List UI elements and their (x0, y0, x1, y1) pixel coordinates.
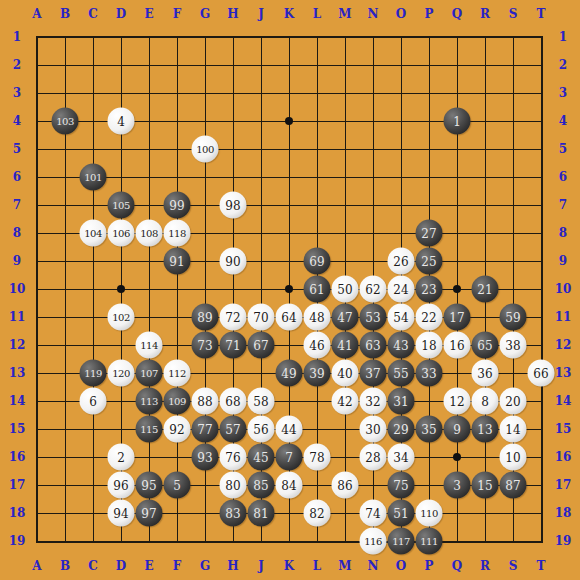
stone-L18[interactable]: 82 (304, 500, 331, 527)
stone-M11[interactable]: 47 (332, 304, 359, 331)
row-label-right-7: 7 (559, 198, 567, 212)
stone-P9[interactable]: 25 (416, 248, 443, 275)
stone-D18[interactable]: 94 (108, 500, 135, 527)
stone-K17[interactable]: 84 (276, 472, 303, 499)
stone-N18[interactable]: 74 (360, 500, 387, 527)
stone-F9[interactable]: 91 (164, 248, 191, 275)
col-label-top-A: A (32, 7, 41, 21)
row-label-left-1: 1 (13, 30, 21, 44)
row-label-left-8: 8 (13, 226, 21, 240)
col-label-bottom-F: F (173, 559, 182, 573)
col-label-bottom-T: T (537, 559, 546, 573)
col-label-top-L: L (313, 7, 321, 21)
stone-J17[interactable]: 85 (248, 472, 275, 499)
stone-S16[interactable]: 10 (500, 444, 527, 471)
col-label-bottom-A: A (32, 559, 41, 573)
go-app: { "game": "go", "board": { "size": 19, "… (0, 0, 580, 580)
stone-G16[interactable]: 93 (192, 444, 219, 471)
stone-N19[interactable]: 116 (360, 528, 387, 555)
col-label-bottom-G: G (200, 559, 210, 573)
col-label-bottom-S: S (509, 559, 518, 573)
row-label-right-5: 5 (559, 142, 567, 156)
stone-J16[interactable]: 45 (248, 444, 275, 471)
row-label-left-6: 6 (13, 170, 21, 184)
row-label-left-13: 13 (9, 366, 26, 380)
stone-E13[interactable]: 107 (136, 360, 163, 387)
col-label-bottom-B: B (60, 559, 70, 573)
col-label-bottom-N: N (368, 559, 379, 573)
stone-G15[interactable]: 77 (192, 416, 219, 443)
row-label-left-7: 7 (13, 198, 21, 212)
stone-N15[interactable]: 30 (360, 416, 387, 443)
stone-E18[interactable]: 97 (136, 500, 163, 527)
stone-H17[interactable]: 80 (220, 472, 247, 499)
row-label-right-8: 8 (559, 226, 567, 240)
col-label-top-F: F (173, 7, 182, 21)
stone-Q17[interactable]: 3 (444, 472, 471, 499)
stone-E14[interactable]: 113 (136, 388, 163, 415)
row-label-right-9: 9 (559, 254, 567, 268)
stone-S11[interactable]: 59 (500, 304, 527, 331)
stone-O18[interactable]: 51 (388, 500, 415, 527)
col-label-bottom-M: M (338, 559, 351, 573)
stone-N16[interactable]: 28 (360, 444, 387, 471)
row-label-left-19: 19 (9, 534, 26, 548)
stone-D13[interactable]: 120 (108, 360, 135, 387)
col-label-bottom-P: P (424, 559, 433, 573)
star-point-Q10 (453, 285, 461, 293)
col-label-bottom-E: E (144, 559, 153, 573)
stone-L11[interactable]: 48 (304, 304, 331, 331)
stone-S14[interactable]: 20 (500, 388, 527, 415)
col-label-bottom-R: R (480, 559, 490, 573)
go-board[interactable]: AA11BB22CC33DD44EE55FF66GG77HH88JJ99KK10… (0, 0, 580, 580)
stone-R13[interactable]: 36 (472, 360, 499, 387)
stone-R10[interactable]: 21 (472, 276, 499, 303)
row-label-left-3: 3 (13, 86, 21, 100)
stone-O12[interactable]: 43 (388, 332, 415, 359)
stone-F14[interactable]: 109 (164, 388, 191, 415)
stone-N13[interactable]: 37 (360, 360, 387, 387)
col-label-bottom-H: H (227, 559, 238, 573)
row-label-left-17: 17 (9, 478, 26, 492)
row-label-right-1: 1 (559, 30, 567, 44)
row-label-right-12: 12 (555, 338, 572, 352)
stone-H12[interactable]: 71 (220, 332, 247, 359)
stone-Q14[interactable]: 12 (444, 388, 471, 415)
col-label-bottom-L: L (313, 559, 321, 573)
stone-H16[interactable]: 76 (220, 444, 247, 471)
stone-C13[interactable]: 119 (80, 360, 107, 387)
stone-T13[interactable]: 66 (528, 360, 555, 387)
stone-J15[interactable]: 56 (248, 416, 275, 443)
stone-H11[interactable]: 72 (220, 304, 247, 331)
stone-O14[interactable]: 31 (388, 388, 415, 415)
stone-O9[interactable]: 26 (388, 248, 415, 275)
stone-C8[interactable]: 104 (80, 220, 107, 247)
stone-G12[interactable]: 73 (192, 332, 219, 359)
stone-S15[interactable]: 14 (500, 416, 527, 443)
stone-F15[interactable]: 92 (164, 416, 191, 443)
row-label-left-18: 18 (9, 506, 26, 520)
row-label-right-14: 14 (555, 394, 572, 408)
star-point-K4 (285, 117, 293, 125)
stone-M17[interactable]: 86 (332, 472, 359, 499)
stone-J12[interactable]: 67 (248, 332, 275, 359)
row-label-right-11: 11 (555, 310, 572, 324)
col-label-bottom-Q: Q (452, 559, 462, 573)
col-label-top-D: D (116, 7, 126, 21)
stone-M10[interactable]: 50 (332, 276, 359, 303)
col-label-top-G: G (200, 7, 210, 21)
col-label-bottom-O: O (396, 559, 406, 573)
col-label-top-Q: Q (452, 7, 462, 21)
stone-L12[interactable]: 46 (304, 332, 331, 359)
stone-L9[interactable]: 69 (304, 248, 331, 275)
row-label-right-16: 16 (555, 450, 572, 464)
row-label-right-17: 17 (555, 478, 572, 492)
stone-L13[interactable]: 39 (304, 360, 331, 387)
stone-P15[interactable]: 35 (416, 416, 443, 443)
stone-O19[interactable]: 117 (388, 528, 415, 555)
stone-P8[interactable]: 27 (416, 220, 443, 247)
col-label-top-N: N (368, 7, 379, 21)
stone-O15[interactable]: 29 (388, 416, 415, 443)
stone-M14[interactable]: 42 (332, 388, 359, 415)
stone-Q4[interactable]: 1 (444, 108, 471, 135)
stone-G11[interactable]: 89 (192, 304, 219, 331)
stone-P10[interactable]: 23 (416, 276, 443, 303)
col-label-top-H: H (227, 7, 238, 21)
stone-P18[interactable]: 110 (416, 500, 443, 527)
col-label-top-K: K (284, 7, 294, 21)
row-label-right-2: 2 (559, 58, 567, 72)
stone-D7[interactable]: 105 (108, 192, 135, 219)
stone-E15[interactable]: 115 (136, 416, 163, 443)
stone-S17[interactable]: 87 (500, 472, 527, 499)
stone-F17[interactable]: 5 (164, 472, 191, 499)
col-label-top-T: T (537, 7, 546, 21)
stone-O10[interactable]: 24 (388, 276, 415, 303)
stone-P11[interactable]: 22 (416, 304, 443, 331)
stone-R17[interactable]: 15 (472, 472, 499, 499)
row-label-left-9: 9 (13, 254, 21, 268)
stone-N12[interactable]: 63 (360, 332, 387, 359)
stone-C6[interactable]: 101 (80, 164, 107, 191)
stone-N10[interactable]: 62 (360, 276, 387, 303)
stone-S12[interactable]: 38 (500, 332, 527, 359)
stone-G5[interactable]: 100 (192, 136, 219, 163)
row-label-left-5: 5 (13, 142, 21, 156)
col-label-bottom-C: C (88, 559, 98, 573)
col-label-top-O: O (396, 7, 406, 21)
stone-B4[interactable]: 103 (52, 108, 79, 135)
stone-Q12[interactable]: 16 (444, 332, 471, 359)
row-label-right-4: 4 (559, 114, 567, 128)
stone-C14[interactable]: 6 (80, 388, 107, 415)
row-label-right-6: 6 (559, 170, 567, 184)
stone-L10[interactable]: 61 (304, 276, 331, 303)
stone-D11[interactable]: 102 (108, 304, 135, 331)
row-label-left-11: 11 (9, 310, 26, 324)
stone-H9[interactable]: 90 (220, 248, 247, 275)
stone-F7[interactable]: 99 (164, 192, 191, 219)
row-label-left-10: 10 (9, 282, 26, 296)
row-label-left-4: 4 (13, 114, 21, 128)
stone-J14[interactable]: 58 (248, 388, 275, 415)
row-label-right-10: 10 (555, 282, 572, 296)
row-label-right-19: 19 (555, 534, 572, 548)
stone-R14[interactable]: 8 (472, 388, 499, 415)
star-point-Q16 (453, 453, 461, 461)
col-label-top-M: M (338, 7, 351, 21)
star-point-K10 (285, 285, 293, 293)
stone-O16[interactable]: 34 (388, 444, 415, 471)
col-label-top-C: C (88, 7, 98, 21)
stone-E12[interactable]: 114 (136, 332, 163, 359)
col-label-top-B: B (60, 7, 70, 21)
col-label-top-J: J (258, 7, 264, 21)
row-label-right-3: 3 (559, 86, 567, 100)
stone-P13[interactable]: 33 (416, 360, 443, 387)
stone-L16[interactable]: 78 (304, 444, 331, 471)
stone-Q11[interactable]: 17 (444, 304, 471, 331)
stone-N11[interactable]: 53 (360, 304, 387, 331)
col-label-top-E: E (144, 7, 153, 21)
row-label-left-12: 12 (9, 338, 26, 352)
stone-H14[interactable]: 68 (220, 388, 247, 415)
stone-F8[interactable]: 118 (164, 220, 191, 247)
stone-H18[interactable]: 83 (220, 500, 247, 527)
stone-D16[interactable]: 2 (108, 444, 135, 471)
stone-Q15[interactable]: 9 (444, 416, 471, 443)
stone-M12[interactable]: 41 (332, 332, 359, 359)
row-label-right-15: 15 (555, 422, 572, 436)
stone-H7[interactable]: 98 (220, 192, 247, 219)
stone-N14[interactable]: 32 (360, 388, 387, 415)
col-label-bottom-K: K (284, 559, 294, 573)
col-label-bottom-D: D (116, 559, 126, 573)
col-label-top-S: S (509, 7, 518, 21)
stone-E8[interactable]: 108 (136, 220, 163, 247)
star-point-D10 (117, 285, 125, 293)
stone-O13[interactable]: 55 (388, 360, 415, 387)
stone-F13[interactable]: 112 (164, 360, 191, 387)
row-label-right-13: 13 (555, 366, 572, 380)
row-label-left-2: 2 (13, 58, 21, 72)
stone-P12[interactable]: 18 (416, 332, 443, 359)
col-label-top-R: R (480, 7, 490, 21)
stone-O11[interactable]: 54 (388, 304, 415, 331)
stone-J18[interactable]: 81 (248, 500, 275, 527)
row-label-left-15: 15 (9, 422, 26, 436)
stone-R15[interactable]: 13 (472, 416, 499, 443)
stone-D4[interactable]: 4 (108, 108, 135, 135)
stone-K13[interactable]: 49 (276, 360, 303, 387)
stone-P19[interactable]: 111 (416, 528, 443, 555)
stone-J11[interactable]: 70 (248, 304, 275, 331)
row-label-left-16: 16 (9, 450, 26, 464)
stone-K11[interactable]: 64 (276, 304, 303, 331)
col-label-top-P: P (424, 7, 433, 21)
row-label-left-14: 14 (9, 394, 26, 408)
stone-H15[interactable]: 57 (220, 416, 247, 443)
col-label-bottom-J: J (258, 559, 264, 573)
stone-D17[interactable]: 96 (108, 472, 135, 499)
stone-K16[interactable]: 7 (276, 444, 303, 471)
stone-O17[interactable]: 75 (388, 472, 415, 499)
row-label-right-18: 18 (555, 506, 572, 520)
stone-M13[interactable]: 40 (332, 360, 359, 387)
stone-D8[interactable]: 106 (108, 220, 135, 247)
stone-R12[interactable]: 65 (472, 332, 499, 359)
stone-K15[interactable]: 44 (276, 416, 303, 443)
stone-G14[interactable]: 88 (192, 388, 219, 415)
stone-E17[interactable]: 95 (136, 472, 163, 499)
